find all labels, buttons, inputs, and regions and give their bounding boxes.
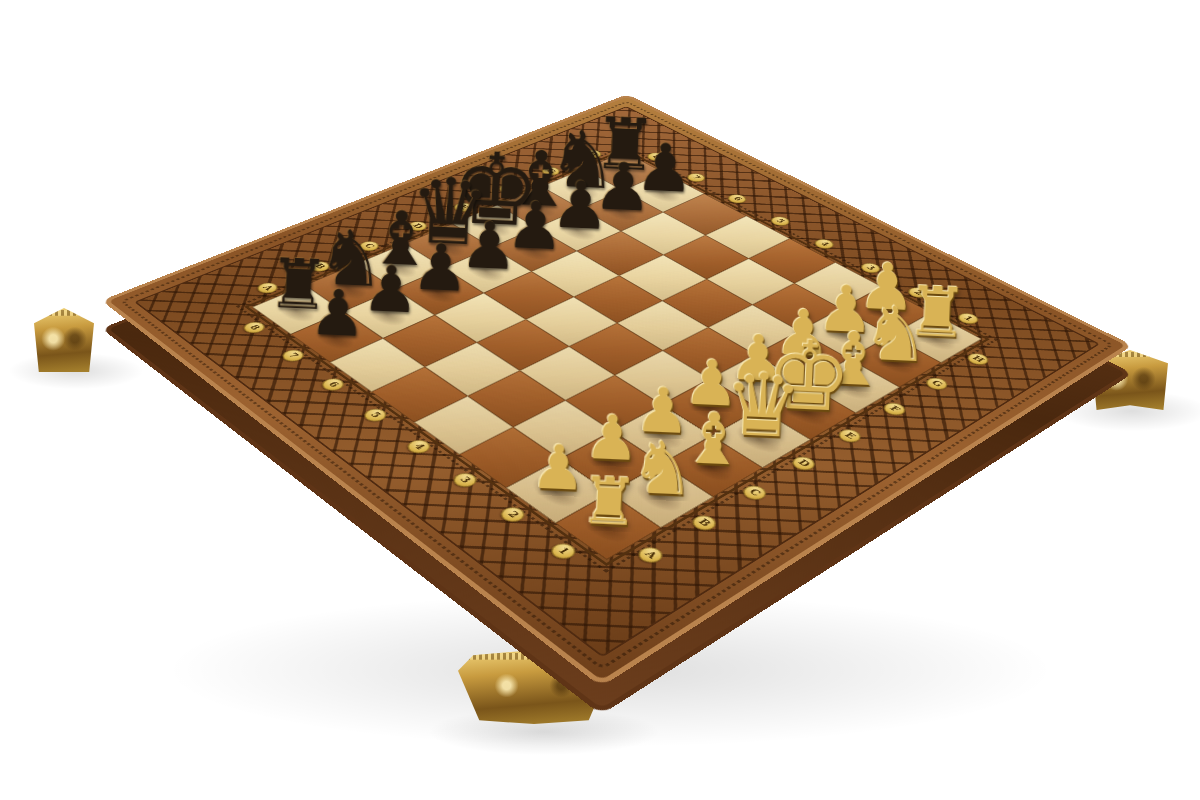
chess-board: ♜♟♟♜♞♟♟♞♝♟♟♝♚♟♟♚♛♟♟♛♝♟♟♝♞♟♟♞♜♟♟♜ 8877665… (101, 94, 1132, 686)
photo-stage: ♜♟♟♜♞♟♟♞♝♟♟♝♚♟♟♚♛♟♟♛♝♟♟♝♞♟♟♞♜♟♟♜ 8877665… (0, 0, 1200, 800)
brass-foot-left (34, 308, 94, 372)
black-pawn[interactable]: ♟ (275, 279, 400, 348)
